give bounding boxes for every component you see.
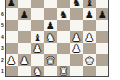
square-f6[interactable] <box>70 8 83 20</box>
square-h4[interactable] <box>96 31 109 43</box>
square-d7[interactable] <box>44 0 57 8</box>
square-h1[interactable] <box>96 66 109 78</box>
square-h2[interactable] <box>96 54 109 66</box>
white-queen-d2[interactable]: ♛ <box>46 55 55 66</box>
square-g2[interactable]: ♚ <box>83 54 96 66</box>
square-d4[interactable]: ♞ <box>44 31 57 43</box>
square-e4[interactable] <box>57 31 70 43</box>
square-b3[interactable] <box>18 43 31 55</box>
black-bishop-c4[interactable]: ♝ <box>33 32 42 43</box>
square-a1[interactable] <box>5 66 18 78</box>
black-knight-f7[interactable]: ♞ <box>72 0 81 8</box>
square-b4[interactable] <box>18 31 31 43</box>
square-d2[interactable]: ♛ <box>44 54 57 66</box>
square-g3[interactable] <box>83 43 96 55</box>
square-a7[interactable]: ♟ <box>5 0 18 8</box>
black-bishop-g7[interactable]: ♝ <box>85 0 94 8</box>
square-f5[interactable] <box>70 20 83 32</box>
square-f3[interactable]: ♟ <box>70 43 83 55</box>
square-h5[interactable] <box>96 20 109 32</box>
square-g6[interactable]: ♟ <box>83 8 96 20</box>
square-b7[interactable] <box>18 0 31 8</box>
black-knight-e6[interactable]: ♞ <box>59 9 68 20</box>
square-a5[interactable] <box>5 20 18 32</box>
square-b6[interactable]: ♟ <box>18 8 31 20</box>
white-king-g2[interactable]: ♚ <box>85 55 94 66</box>
square-f7[interactable]: ♞ <box>70 0 83 8</box>
square-a4[interactable] <box>5 31 18 43</box>
square-g7[interactable]: ♝ <box>83 0 96 8</box>
square-a3[interactable] <box>5 43 18 55</box>
white-knight-d4[interactable]: ♞ <box>46 32 55 43</box>
black-pawn-g6[interactable]: ♟ <box>85 9 94 20</box>
square-c3[interactable]: ♟ <box>31 43 44 55</box>
square-c2[interactable] <box>31 54 44 66</box>
square-b5[interactable] <box>18 20 31 32</box>
square-f2[interactable] <box>70 54 83 66</box>
square-d3[interactable] <box>44 43 57 55</box>
white-pawn-b2[interactable]: ♟ <box>20 55 29 66</box>
square-e3[interactable] <box>57 43 70 55</box>
black-pawn-d5[interactable]: ♟ <box>46 20 55 31</box>
square-c5[interactable] <box>31 20 44 32</box>
square-a2[interactable]: ♟ <box>5 54 18 66</box>
square-b1[interactable] <box>18 66 31 78</box>
white-pawn-g4[interactable]: ♟ <box>85 32 94 43</box>
square-c4[interactable]: ♝ <box>31 31 44 43</box>
square-d6[interactable] <box>44 8 57 20</box>
square-c1[interactable]: ♞ <box>31 66 44 78</box>
square-a6[interactable] <box>5 8 18 20</box>
white-pawn-f4[interactable]: ♟ <box>72 32 81 43</box>
square-g5[interactable] <box>83 20 96 32</box>
square-d5[interactable]: ♟ <box>44 20 57 32</box>
white-rook-e1[interactable]: ♜ <box>59 66 68 77</box>
chess-diagram: ♟♞♝6♟♞♟♟5♟4♝♞♟♟3♟♟2♟♟♛♚1♞♜ <box>0 0 120 80</box>
black-pawn-h6[interactable]: ♟ <box>98 9 107 20</box>
chess-board: ♟♞♝6♟♞♟♟5♟4♝♞♟♟3♟♟2♟♟♛♚1♞♜ <box>0 0 109 77</box>
square-e1[interactable]: ♜ <box>57 66 70 78</box>
white-knight-c1[interactable]: ♞ <box>33 66 42 77</box>
square-e5[interactable] <box>57 20 70 32</box>
square-e6[interactable]: ♞ <box>57 8 70 20</box>
square-h6[interactable]: ♟ <box>96 8 109 20</box>
square-b2[interactable]: ♟ <box>18 54 31 66</box>
square-f4[interactable]: ♟ <box>70 31 83 43</box>
square-c6[interactable] <box>31 8 44 20</box>
square-h7[interactable] <box>96 0 109 8</box>
square-g1[interactable] <box>83 66 96 78</box>
black-pawn-a7[interactable]: ♟ <box>7 0 16 8</box>
square-g4[interactable]: ♟ <box>83 31 96 43</box>
black-pawn-b6[interactable]: ♟ <box>20 9 29 20</box>
square-c7[interactable] <box>31 0 44 8</box>
square-d1[interactable] <box>44 66 57 78</box>
square-e2[interactable] <box>57 54 70 66</box>
square-e7[interactable] <box>57 0 70 8</box>
square-h3[interactable] <box>96 43 109 55</box>
white-pawn-a2[interactable]: ♟ <box>7 55 16 66</box>
white-pawn-f3[interactable]: ♟ <box>72 43 81 54</box>
white-pawn-c3[interactable]: ♟ <box>33 43 42 54</box>
square-f1[interactable] <box>70 66 83 78</box>
